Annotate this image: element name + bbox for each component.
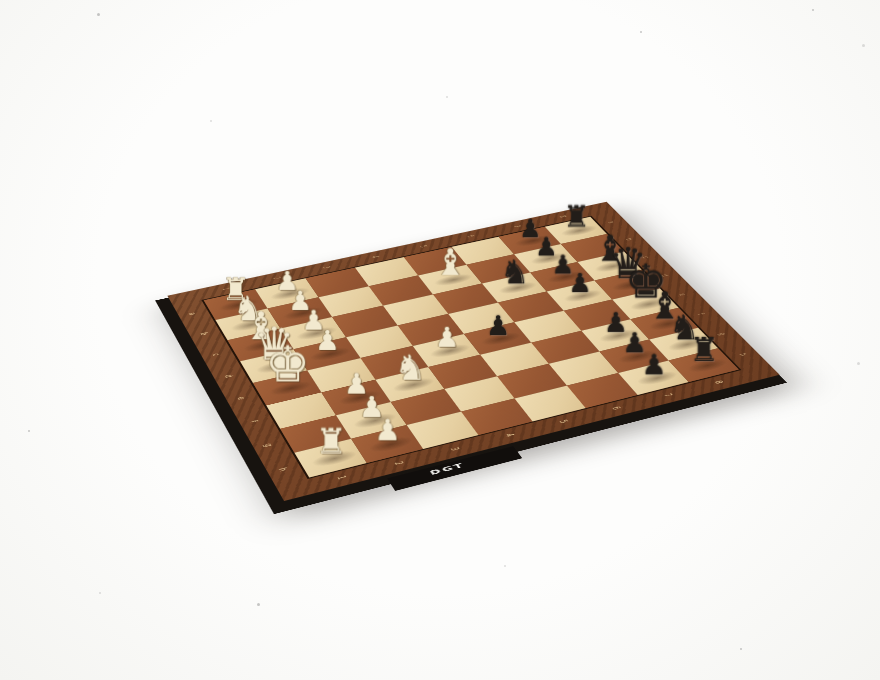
square-h1[interactable]: ♜ xyxy=(294,439,366,478)
dust-speck xyxy=(640,31,642,33)
squares-grid: ♜♟♟♜♞♟♝♟♝♟♞♟♝♛♟♟♛♚♟♟♚♟♞♟♝♟♟♞♜♟♟♜ xyxy=(204,217,739,478)
coordinate-label-e: e xyxy=(236,396,247,401)
coordinate-label-4: 4 xyxy=(504,433,515,438)
piece-white-K-e1[interactable]: ♚ xyxy=(265,339,310,389)
coordinate-label-3: 3 xyxy=(449,446,461,451)
dust-speck xyxy=(504,565,506,567)
coordinate-label-b: b xyxy=(199,332,210,336)
piece-black-N-c6[interactable]: ♞ xyxy=(500,255,529,288)
piece-white-P-e4[interactable]: ♟ xyxy=(435,324,460,351)
coordinate-label-1: 1 xyxy=(335,475,347,480)
dust-speck xyxy=(740,648,742,650)
piece-black-R-a8[interactable]: ♜ xyxy=(563,202,589,231)
piece-black-P-e5[interactable]: ♟ xyxy=(486,312,510,339)
chess-board[interactable]: ♜♟♟♜♞♟♝♟♝♟♞♟♝♛♟♟♛♚♟♟♚♟♞♟♝♟♟♞♜♟♟♜ 1122334… xyxy=(167,202,779,501)
piece-white-B-b5[interactable]: ♝ xyxy=(434,244,467,280)
dust-speck xyxy=(446,96,448,98)
dust-speck xyxy=(28,430,30,432)
coordinate-label-8: 8 xyxy=(713,380,724,385)
dust-speck xyxy=(257,603,260,606)
dust-speck xyxy=(99,592,101,594)
coordinate-label-g: g xyxy=(263,442,274,447)
dust-speck xyxy=(97,13,100,16)
piece-white-R-h1[interactable]: ♜ xyxy=(315,424,346,459)
coordinate-label-4: 4 xyxy=(370,255,379,258)
coordinate-label-d: d xyxy=(223,374,234,379)
coordinate-label-5: 5 xyxy=(558,419,569,424)
coordinate-label-a: a xyxy=(187,312,197,316)
coordinate-label-3: 3 xyxy=(321,266,330,269)
coordinate-label-6: 6 xyxy=(610,406,621,411)
dust-speck xyxy=(862,44,865,47)
coordinate-label-h: h xyxy=(277,467,289,472)
dust-speck xyxy=(812,9,814,11)
coordinate-label-5: 5 xyxy=(418,245,427,248)
dust-speck xyxy=(857,362,860,365)
piece-black-P-d7[interactable]: ♟ xyxy=(568,270,592,296)
play-area: ♜♟♟♜♞♟♝♟♝♟♞♟♝♛♟♟♛♚♟♟♚♟♞♟♝♟♟♞♜♟♟♜ xyxy=(201,216,741,479)
piece-black-R-h8[interactable]: ♜ xyxy=(690,333,719,366)
coordinate-label-a: a xyxy=(607,221,616,224)
coordinate-label-h: h xyxy=(737,353,747,357)
piece-black-P-h7[interactable]: ♟ xyxy=(642,350,667,378)
piece-white-P-d2[interactable]: ♟ xyxy=(315,327,340,354)
coordinate-label-6: 6 xyxy=(465,235,474,238)
coordinate-label-e: e xyxy=(678,293,687,297)
coordinate-label-7: 7 xyxy=(662,393,673,398)
piece-white-P-h2[interactable]: ♟ xyxy=(375,415,401,444)
dust-speck xyxy=(210,120,212,122)
piece-white-N-f3[interactable]: ♞ xyxy=(395,350,427,385)
coordinate-label-c: c xyxy=(210,353,221,357)
coordinate-label-f: f xyxy=(248,420,259,424)
coordinate-label-2: 2 xyxy=(393,461,405,466)
